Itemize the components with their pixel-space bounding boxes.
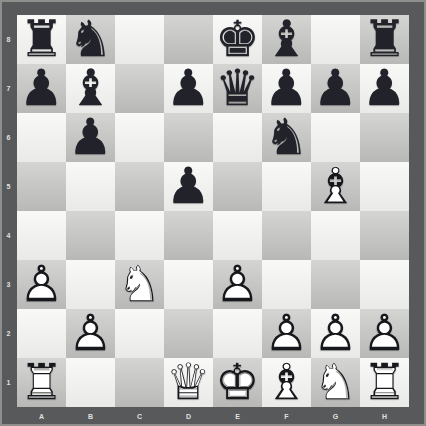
piece-black-pawn: ♟ <box>311 64 360 113</box>
square-e7[interactable]: ♛ <box>213 64 262 113</box>
square-g5[interactable]: ♝♗ <box>311 162 360 211</box>
square-e8[interactable]: ♚ <box>213 15 262 64</box>
square-h2[interactable]: ♟♙ <box>360 309 409 358</box>
square-f2[interactable]: ♟♙ <box>262 309 311 358</box>
square-h5[interactable] <box>360 162 409 211</box>
square-e5[interactable] <box>213 162 262 211</box>
piece-black-pawn: ♟ <box>360 64 409 113</box>
file-label-f: F <box>262 407 311 426</box>
piece-white-pawn: ♟♙ <box>66 309 115 358</box>
piece-black-knight: ♞ <box>66 15 115 64</box>
square-f3[interactable] <box>262 260 311 309</box>
piece-white-pawn: ♟♙ <box>311 309 360 358</box>
piece-white-pawn: ♟♙ <box>17 260 66 309</box>
square-h7[interactable]: ♟ <box>360 64 409 113</box>
rank-label-1: 1 <box>0 358 17 407</box>
piece-black-bishop: ♝ <box>262 15 311 64</box>
square-a7[interactable]: ♟ <box>17 64 66 113</box>
chess-board: ♜♞♚♝♜♟♝♟♛♟♟♟♟♞♟♝♗♟♙♞♘♟♙♟♙♟♙♟♙♟♙♜♖♛♕♚♔♝♗♞… <box>17 15 409 407</box>
square-b3[interactable] <box>66 260 115 309</box>
square-e6[interactable] <box>213 113 262 162</box>
square-b8[interactable]: ♞ <box>66 15 115 64</box>
file-label-b: B <box>66 407 115 426</box>
square-c2[interactable] <box>115 309 164 358</box>
square-c5[interactable] <box>115 162 164 211</box>
square-d1[interactable]: ♛♕ <box>164 358 213 407</box>
square-h1[interactable]: ♜♖ <box>360 358 409 407</box>
square-b7[interactable]: ♝ <box>66 64 115 113</box>
square-d8[interactable] <box>164 15 213 64</box>
square-a2[interactable] <box>17 309 66 358</box>
square-f6[interactable]: ♞ <box>262 113 311 162</box>
square-e2[interactable] <box>213 309 262 358</box>
square-e3[interactable]: ♟♙ <box>213 260 262 309</box>
square-g2[interactable]: ♟♙ <box>311 309 360 358</box>
piece-white-bishop: ♝♗ <box>311 162 360 211</box>
piece-black-rook: ♜ <box>17 15 66 64</box>
rank-label-8: 8 <box>0 15 17 64</box>
square-a5[interactable] <box>17 162 66 211</box>
piece-white-bishop: ♝♗ <box>262 358 311 407</box>
square-f4[interactable] <box>262 211 311 260</box>
square-c4[interactable] <box>115 211 164 260</box>
square-b5[interactable] <box>66 162 115 211</box>
piece-black-pawn: ♟ <box>164 162 213 211</box>
file-label-g: G <box>311 407 360 426</box>
square-g1[interactable]: ♞♘ <box>311 358 360 407</box>
piece-white-pawn: ♟♙ <box>360 309 409 358</box>
piece-white-queen: ♛♕ <box>164 358 213 407</box>
rank-label-2: 2 <box>0 309 17 358</box>
square-b2[interactable]: ♟♙ <box>66 309 115 358</box>
square-g7[interactable]: ♟ <box>311 64 360 113</box>
piece-black-rook: ♜ <box>360 15 409 64</box>
square-g8[interactable] <box>311 15 360 64</box>
square-a1[interactable]: ♜♖ <box>17 358 66 407</box>
piece-white-king: ♚♔ <box>213 358 262 407</box>
piece-black-queen: ♛ <box>213 64 262 113</box>
board-frame: ♜♞♚♝♜♟♝♟♛♟♟♟♟♞♟♝♗♟♙♞♘♟♙♟♙♟♙♟♙♟♙♜♖♛♕♚♔♝♗♞… <box>0 0 426 426</box>
square-c7[interactable] <box>115 64 164 113</box>
square-b4[interactable] <box>66 211 115 260</box>
square-h3[interactable] <box>360 260 409 309</box>
piece-white-knight: ♞♘ <box>115 260 164 309</box>
square-d3[interactable] <box>164 260 213 309</box>
piece-white-pawn: ♟♙ <box>213 260 262 309</box>
piece-black-bishop: ♝ <box>66 64 115 113</box>
square-a8[interactable]: ♜ <box>17 15 66 64</box>
square-c8[interactable] <box>115 15 164 64</box>
square-c3[interactable]: ♞♘ <box>115 260 164 309</box>
file-label-e: E <box>213 407 262 426</box>
piece-black-pawn: ♟ <box>164 64 213 113</box>
square-h6[interactable] <box>360 113 409 162</box>
piece-black-king: ♚ <box>213 15 262 64</box>
piece-white-knight: ♞♘ <box>311 358 360 407</box>
square-d5[interactable]: ♟ <box>164 162 213 211</box>
piece-white-rook: ♜♖ <box>360 358 409 407</box>
file-label-d: D <box>164 407 213 426</box>
square-d7[interactable]: ♟ <box>164 64 213 113</box>
square-f7[interactable]: ♟ <box>262 64 311 113</box>
square-g4[interactable] <box>311 211 360 260</box>
square-d2[interactable] <box>164 309 213 358</box>
piece-black-pawn: ♟ <box>262 64 311 113</box>
file-label-h: H <box>360 407 409 426</box>
square-a3[interactable]: ♟♙ <box>17 260 66 309</box>
piece-white-pawn: ♟♙ <box>262 309 311 358</box>
piece-black-pawn: ♟ <box>17 64 66 113</box>
piece-white-rook: ♜♖ <box>17 358 66 407</box>
square-d4[interactable] <box>164 211 213 260</box>
square-c1[interactable] <box>115 358 164 407</box>
rank-label-7: 7 <box>0 64 17 113</box>
square-f5[interactable] <box>262 162 311 211</box>
square-d6[interactable] <box>164 113 213 162</box>
square-c6[interactable] <box>115 113 164 162</box>
square-a6[interactable] <box>17 113 66 162</box>
square-e4[interactable] <box>213 211 262 260</box>
square-b6[interactable]: ♟ <box>66 113 115 162</box>
rank-label-4: 4 <box>0 211 17 260</box>
piece-black-knight: ♞ <box>262 113 311 162</box>
square-h4[interactable] <box>360 211 409 260</box>
square-f1[interactable]: ♝♗ <box>262 358 311 407</box>
file-label-a: A <box>17 407 66 426</box>
rank-label-3: 3 <box>0 260 17 309</box>
file-label-c: C <box>115 407 164 426</box>
square-a4[interactable] <box>17 211 66 260</box>
square-g3[interactable] <box>311 260 360 309</box>
square-e1[interactable]: ♚♔ <box>213 358 262 407</box>
square-g6[interactable] <box>311 113 360 162</box>
piece-black-pawn: ♟ <box>66 113 115 162</box>
square-h8[interactable]: ♜ <box>360 15 409 64</box>
rank-label-5: 5 <box>0 162 17 211</box>
rank-label-6: 6 <box>0 113 17 162</box>
square-b1[interactable] <box>66 358 115 407</box>
square-f8[interactable]: ♝ <box>262 15 311 64</box>
